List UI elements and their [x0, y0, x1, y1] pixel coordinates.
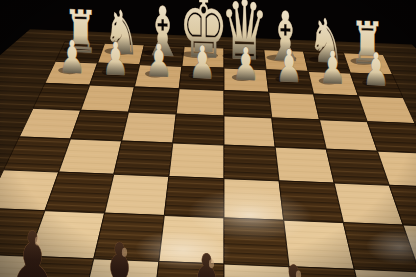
chess-board: ♜♞♝♚♛♝♞♜♟♟♟♟♟♟♟♟♟♟♟♟	[0, 0, 416, 277]
black-pawn-d7: ♟	[267, 246, 319, 277]
black-pawn-g7: ♟	[6, 212, 58, 277]
white-pawn-d2: ♟	[232, 38, 259, 91]
white-pawn-g2: ♟	[102, 33, 129, 86]
white-pawn-e2: ♟	[189, 36, 216, 89]
black-pawn-e7: ♟	[180, 235, 232, 277]
white-pawn-f2: ♟	[146, 35, 173, 88]
white-pawn-b2: ♟	[319, 41, 346, 94]
chessboard-photo: ♜♞♝♚♛♝♞♜♟♟♟♟♟♟♟♟♟♟♟♟	[0, 0, 416, 277]
white-pawn-h2: ♟	[59, 31, 86, 84]
white-pawn-c2: ♟	[276, 40, 303, 93]
white-pawn-a2: ♟	[363, 43, 390, 96]
black-pawn-f7: ♟	[93, 224, 145, 277]
